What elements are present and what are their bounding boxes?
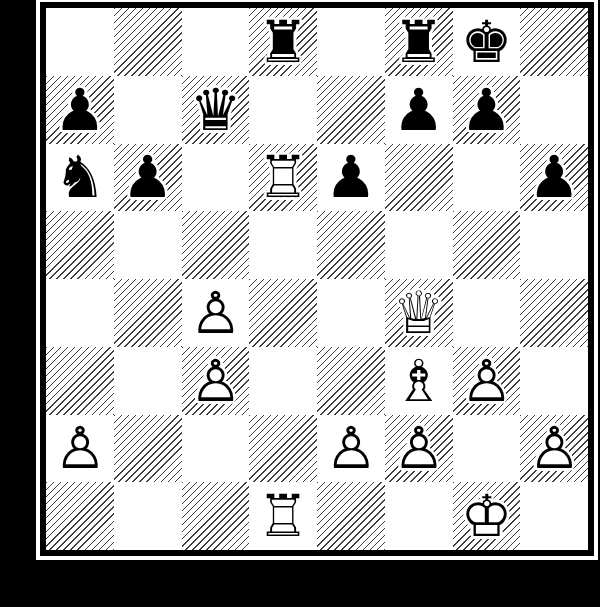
square-g2[interactable] — [453, 415, 521, 483]
square-e5[interactable] — [317, 211, 385, 279]
diagram-page: ♜♜♚♟♛♟♟♞♟♜♖♟♟♟♙♛♕♟♙♝♗♟♙♟♙♟♙♟♙♟♙♜♖♚♔ — [36, 0, 598, 560]
square-d3[interactable] — [249, 347, 317, 415]
square-a2[interactable]: ♟♙ — [46, 415, 114, 483]
square-h3[interactable] — [520, 347, 588, 415]
piece-black-king[interactable]: ♚ — [453, 8, 521, 76]
piece-white-pawn[interactable]: ♟♙ — [182, 347, 250, 415]
square-a8[interactable] — [46, 8, 114, 76]
piece-white-bishop[interactable]: ♝♗ — [385, 347, 453, 415]
white-piece-outline: ♙ — [54, 419, 106, 477]
piece-black-rook[interactable]: ♜ — [385, 8, 453, 76]
square-h1[interactable] — [520, 482, 588, 550]
square-b5[interactable] — [114, 211, 182, 279]
white-piece-outline: ♕ — [393, 284, 445, 342]
square-d7[interactable] — [249, 76, 317, 144]
piece-white-pawn[interactable]: ♟♙ — [453, 347, 521, 415]
square-f3[interactable]: ♝♗ — [385, 347, 453, 415]
piece-black-pawn[interactable]: ♟ — [453, 76, 521, 144]
square-f5[interactable] — [385, 211, 453, 279]
square-c4[interactable]: ♟♙ — [182, 279, 250, 347]
square-g6[interactable] — [453, 144, 521, 212]
square-g1[interactable]: ♚♔ — [453, 482, 521, 550]
square-a5[interactable] — [46, 211, 114, 279]
piece-black-pawn[interactable]: ♟ — [385, 76, 453, 144]
piece-black-knight[interactable]: ♞ — [46, 144, 114, 212]
square-b7[interactable] — [114, 76, 182, 144]
square-h4[interactable] — [520, 279, 588, 347]
square-f7[interactable]: ♟ — [385, 76, 453, 144]
square-d6[interactable]: ♜♖ — [249, 144, 317, 212]
square-c3[interactable]: ♟♙ — [182, 347, 250, 415]
piece-black-queen[interactable]: ♛ — [182, 76, 250, 144]
white-piece-outline: ♖ — [257, 487, 309, 545]
piece-white-pawn[interactable]: ♟♙ — [520, 415, 588, 483]
square-f6[interactable] — [385, 144, 453, 212]
square-f4[interactable]: ♛♕ — [385, 279, 453, 347]
square-c1[interactable] — [182, 482, 250, 550]
piece-black-pawn[interactable]: ♟ — [46, 76, 114, 144]
square-a4[interactable] — [46, 279, 114, 347]
square-c6[interactable] — [182, 144, 250, 212]
square-b6[interactable]: ♟ — [114, 144, 182, 212]
square-h6[interactable]: ♟ — [520, 144, 588, 212]
square-e3[interactable] — [317, 347, 385, 415]
square-d4[interactable] — [249, 279, 317, 347]
square-f1[interactable] — [385, 482, 453, 550]
square-e4[interactable] — [317, 279, 385, 347]
square-g3[interactable]: ♟♙ — [453, 347, 521, 415]
square-g8[interactable]: ♚ — [453, 8, 521, 76]
piece-black-rook[interactable]: ♜ — [249, 8, 317, 76]
square-e1[interactable] — [317, 482, 385, 550]
square-e8[interactable] — [317, 8, 385, 76]
square-e2[interactable]: ♟♙ — [317, 415, 385, 483]
square-e7[interactable] — [317, 76, 385, 144]
square-b1[interactable] — [114, 482, 182, 550]
piece-black-pawn[interactable]: ♟ — [520, 144, 588, 212]
square-c8[interactable] — [182, 8, 250, 76]
piece-black-pawn[interactable]: ♟ — [114, 144, 182, 212]
square-g5[interactable] — [453, 211, 521, 279]
piece-white-rook[interactable]: ♜♖ — [249, 144, 317, 212]
square-b2[interactable] — [114, 415, 182, 483]
chess-board: ♜♜♚♟♛♟♟♞♟♜♖♟♟♟♙♛♕♟♙♝♗♟♙♟♙♟♙♟♙♟♙♜♖♚♔ — [40, 2, 594, 556]
piece-white-pawn[interactable]: ♟♙ — [182, 279, 250, 347]
square-h7[interactable] — [520, 76, 588, 144]
square-c2[interactable] — [182, 415, 250, 483]
square-d2[interactable] — [249, 415, 317, 483]
white-piece-outline: ♙ — [528, 419, 580, 477]
white-piece-outline: ♗ — [393, 352, 445, 410]
square-d8[interactable]: ♜ — [249, 8, 317, 76]
square-b4[interactable] — [114, 279, 182, 347]
square-e6[interactable]: ♟ — [317, 144, 385, 212]
square-g4[interactable] — [453, 279, 521, 347]
square-f8[interactable]: ♜ — [385, 8, 453, 76]
piece-black-pawn[interactable]: ♟ — [317, 144, 385, 212]
piece-white-rook[interactable]: ♜♖ — [249, 482, 317, 550]
square-f2[interactable]: ♟♙ — [385, 415, 453, 483]
piece-white-pawn[interactable]: ♟♙ — [46, 415, 114, 483]
piece-white-king[interactable]: ♚♔ — [453, 482, 521, 550]
white-piece-outline: ♙ — [189, 352, 241, 410]
white-piece-outline: ♖ — [257, 148, 309, 206]
piece-white-pawn[interactable]: ♟♙ — [317, 415, 385, 483]
square-d1[interactable]: ♜♖ — [249, 482, 317, 550]
white-piece-outline: ♙ — [460, 352, 512, 410]
square-d5[interactable] — [249, 211, 317, 279]
square-b3[interactable] — [114, 347, 182, 415]
white-piece-outline: ♙ — [393, 419, 445, 477]
square-b8[interactable] — [114, 8, 182, 76]
square-a3[interactable] — [46, 347, 114, 415]
white-piece-outline: ♔ — [460, 487, 512, 545]
square-g7[interactable]: ♟ — [453, 76, 521, 144]
square-h5[interactable] — [520, 211, 588, 279]
image-background: { "game": "chess", "position": { "fen": … — [0, 0, 600, 607]
square-a7[interactable]: ♟ — [46, 76, 114, 144]
square-c7[interactable]: ♛ — [182, 76, 250, 144]
square-h2[interactable]: ♟♙ — [520, 415, 588, 483]
square-a1[interactable] — [46, 482, 114, 550]
square-c5[interactable] — [182, 211, 250, 279]
white-piece-outline: ♙ — [189, 284, 241, 342]
square-h8[interactable] — [520, 8, 588, 76]
square-a6[interactable]: ♞ — [46, 144, 114, 212]
white-piece-outline: ♙ — [325, 419, 377, 477]
piece-white-queen[interactable]: ♛♕ — [385, 279, 453, 347]
piece-white-pawn[interactable]: ♟♙ — [385, 415, 453, 483]
